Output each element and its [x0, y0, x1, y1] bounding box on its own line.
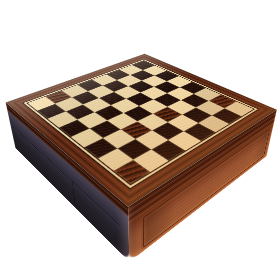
square-h5 [184, 123, 216, 141]
square-g5 [168, 115, 199, 132]
square-f1 [84, 138, 118, 158]
square-h7 [212, 108, 242, 124]
square-c2 [66, 105, 95, 120]
square-e4 [124, 106, 153, 121]
square-f4 [137, 114, 167, 131]
square-e3 [107, 113, 137, 129]
product-photo-stage [0, 0, 280, 280]
square-g3 [135, 130, 168, 149]
chess-box [6, 54, 277, 207]
square-g2 [117, 139, 151, 160]
board-frame [6, 54, 277, 207]
square-h4 [168, 131, 201, 150]
square-d3 [95, 105, 124, 120]
square-c1 [48, 111, 78, 127]
square-f3 [121, 121, 152, 139]
square-f5 [153, 107, 182, 122]
square-h6 [198, 115, 229, 132]
square-e1 [71, 129, 103, 148]
square-h1 [114, 160, 151, 184]
square-e2 [90, 120, 121, 138]
photo-scene [0, 0, 280, 280]
square-d2 [77, 112, 107, 128]
square-g1 [98, 148, 133, 170]
square-b1 [37, 104, 66, 119]
board-top-face [6, 54, 277, 207]
square-h3 [151, 140, 185, 161]
square-d1 [59, 120, 90, 137]
square-f2 [103, 129, 135, 148]
square-g6 [182, 108, 212, 124]
square-g4 [152, 122, 184, 140]
square-h2 [133, 150, 168, 173]
